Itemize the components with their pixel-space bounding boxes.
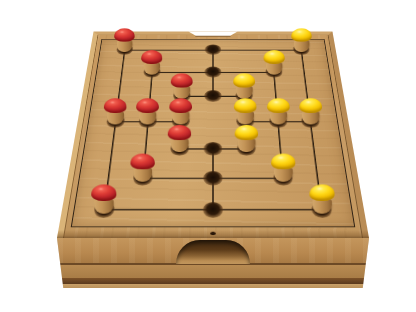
point-f6[interactable] — [258, 61, 290, 84]
red-peg-a7[interactable] — [114, 29, 135, 53]
yellow-peg-f4[interactable] — [267, 98, 290, 124]
box-front-upper — [57, 238, 369, 263]
point-g4[interactable] — [293, 109, 329, 135]
box-front-lower — [57, 265, 369, 278]
point-a1[interactable] — [84, 194, 124, 227]
point-d1[interactable] — [195, 194, 232, 227]
peg-cap — [234, 73, 256, 87]
board-hole — [205, 45, 222, 56]
peg-body — [144, 63, 160, 75]
peg-cap — [169, 98, 192, 113]
point-e3[interactable] — [230, 135, 265, 163]
peg-body — [266, 63, 282, 75]
point-f4[interactable] — [261, 109, 296, 135]
red-peg-a4[interactable] — [104, 98, 127, 124]
red-peg-c3[interactable] — [167, 125, 190, 152]
field-inner — [84, 40, 343, 227]
point-a7[interactable] — [108, 39, 140, 61]
peg-cap — [91, 184, 116, 201]
yellow-peg-e5[interactable] — [234, 73, 256, 98]
board-hole — [203, 142, 222, 156]
peg-body — [238, 138, 256, 152]
point-d2[interactable] — [195, 163, 231, 193]
red-peg-b6[interactable] — [141, 50, 162, 74]
peg-cap — [136, 98, 159, 113]
peg-cap — [104, 98, 127, 113]
peg-cap — [167, 125, 190, 140]
peg-cap — [291, 29, 312, 42]
board-hole — [204, 90, 222, 102]
point-b6[interactable] — [136, 61, 168, 84]
peg-cap — [234, 98, 257, 113]
yellow-peg-g7[interactable] — [291, 29, 312, 53]
peg-body — [173, 86, 190, 99]
bottom-rim-pin-hole — [210, 232, 216, 236]
peg-cap — [263, 50, 284, 64]
yellow-peg-e4[interactable] — [234, 98, 257, 124]
peg-body — [236, 86, 253, 99]
peg-body — [116, 40, 132, 52]
point-d7[interactable] — [198, 39, 228, 61]
board-hole — [203, 171, 223, 186]
peg-body — [302, 111, 319, 124]
board-hole — [204, 67, 221, 78]
point-f2[interactable] — [264, 163, 302, 193]
peg-cap — [141, 50, 162, 64]
playing-field — [71, 39, 356, 227]
board-top-face — [57, 32, 369, 238]
peg-body — [237, 111, 254, 124]
point-a4[interactable] — [97, 109, 133, 135]
peg-body — [106, 111, 123, 124]
yellow-peg-f6[interactable] — [263, 50, 284, 74]
red-peg-a1[interactable] — [91, 184, 116, 213]
yellow-peg-g4[interactable] — [300, 98, 323, 124]
peg-cap — [271, 153, 295, 169]
peg-body — [294, 40, 310, 52]
peg-cap — [300, 98, 323, 113]
point-d3[interactable] — [196, 135, 230, 163]
yellow-peg-e3[interactable] — [235, 125, 258, 152]
peg-cap — [235, 125, 258, 140]
peg-body — [172, 111, 189, 124]
lid-notch-edge — [195, 36, 231, 37]
red-peg-c5[interactable] — [170, 73, 192, 98]
point-d6[interactable] — [198, 61, 229, 84]
point-c3[interactable] — [162, 135, 197, 163]
box-front — [57, 238, 369, 288]
peg-cap — [310, 184, 335, 201]
peg-body — [139, 111, 156, 124]
game-board — [57, 32, 369, 238]
box-base-edge — [57, 284, 369, 288]
peg-body — [170, 138, 188, 152]
board-hole — [203, 202, 224, 218]
peg-cap — [170, 73, 192, 87]
board-points — [84, 39, 343, 226]
red-peg-c4[interactable] — [169, 98, 192, 124]
red-peg-b2[interactable] — [131, 153, 155, 181]
point-g7[interactable] — [286, 39, 318, 61]
yellow-peg-f2[interactable] — [271, 153, 295, 181]
peg-cap — [131, 153, 155, 169]
yellow-peg-g1[interactable] — [310, 184, 335, 213]
point-b4[interactable] — [130, 109, 165, 135]
red-peg-b4[interactable] — [136, 98, 159, 124]
peg-cap — [114, 29, 135, 42]
point-b2[interactable] — [124, 163, 162, 193]
peg-body — [270, 111, 287, 124]
peg-cap — [267, 98, 290, 113]
scene — [0, 0, 416, 312]
point-d5[interactable] — [197, 84, 229, 109]
point-g1[interactable] — [302, 194, 342, 227]
finger-scoop[interactable] — [176, 240, 250, 264]
